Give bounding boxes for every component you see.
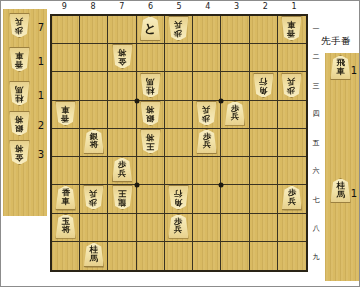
sente-hand-count-飛車: 1 <box>347 65 360 76</box>
square-7-9[interactable] <box>108 242 136 270</box>
square-8-1[interactable] <box>80 16 108 44</box>
piece-玉将-sente[interactable]: 玉将 <box>55 214 76 239</box>
piece-桂馬-gote[interactable]: 桂馬 <box>140 73 161 98</box>
square-3-9[interactable] <box>221 242 249 270</box>
square-6-1[interactable]: と <box>137 16 165 44</box>
piece-金将-gote[interactable]: 金将 <box>9 140 30 165</box>
square-6-9[interactable] <box>137 242 165 270</box>
square-4-2[interactable] <box>193 44 221 72</box>
square-7-5[interactable] <box>108 129 136 157</box>
piece-歩兵-gote[interactable]: 歩兵 <box>9 13 30 38</box>
row-label-1: 一 <box>310 24 322 34</box>
piece-金将-gote[interactable]: 金将 <box>112 44 133 69</box>
file-label-7: 7 <box>107 2 136 11</box>
file-label-1: 1 <box>280 2 309 11</box>
shogi-board: と歩兵香車金将桂馬角行歩兵香車銀将歩兵歩兵銀将王将歩兵歩兵香車歩兵龍王角行歩兵玉… <box>50 14 308 272</box>
file-label-2: 2 <box>251 2 280 11</box>
square-1-3[interactable]: 歩兵 <box>278 72 306 100</box>
piece-桂馬-sente[interactable]: 桂馬 <box>83 242 104 267</box>
square-7-6[interactable]: 歩兵 <box>108 157 136 185</box>
square-9-7[interactable]: 香車 <box>52 185 80 213</box>
piece-歩兵-sente[interactable]: 歩兵 <box>112 157 133 182</box>
sente-hand-count-桂馬: 1 <box>347 188 360 199</box>
square-2-6[interactable] <box>250 157 278 185</box>
piece-香車-sente[interactable]: 香車 <box>55 185 76 210</box>
piece-と-sente[interactable]: と <box>140 16 161 41</box>
square-2-7[interactable] <box>250 185 278 213</box>
square-9-6[interactable] <box>52 157 80 185</box>
file-label-9: 9 <box>50 2 79 11</box>
piece-歩兵-gote[interactable]: 歩兵 <box>196 101 217 126</box>
square-5-9[interactable] <box>165 242 193 270</box>
piece-角行-gote[interactable]: 角行 <box>168 185 189 210</box>
row-label-9: 九 <box>310 252 322 262</box>
row-label-5: 五 <box>310 138 322 148</box>
square-2-5[interactable] <box>250 129 278 157</box>
square-2-4[interactable] <box>250 101 278 129</box>
piece-龍王-gote[interactable]: 龍王 <box>112 185 133 210</box>
turn-indicator: 先手番 <box>321 35 360 48</box>
square-6-2[interactable] <box>137 44 165 72</box>
file-label-3: 3 <box>222 2 251 11</box>
piece-桂馬-gote[interactable]: 桂馬 <box>9 81 30 106</box>
square-6-7[interactable] <box>137 185 165 213</box>
piece-銀将-sente[interactable]: 銀将 <box>83 129 104 154</box>
square-5-5[interactable] <box>165 129 193 157</box>
square-2-3[interactable]: 角行 <box>250 72 278 100</box>
gote-hand-count-香車: 1 <box>34 56 48 67</box>
square-3-3[interactable] <box>221 72 249 100</box>
square-8-4[interactable] <box>80 101 108 129</box>
square-1-9[interactable] <box>278 242 306 270</box>
piece-銀将-gote[interactable]: 銀将 <box>9 111 30 136</box>
gote-hand-count-金将: 3 <box>34 149 48 160</box>
square-7-8[interactable] <box>108 214 136 242</box>
gote-hand-count-歩兵: 7 <box>34 22 48 33</box>
square-7-1[interactable] <box>108 16 136 44</box>
piece-歩兵-sente[interactable]: 歩兵 <box>168 214 189 239</box>
square-3-6[interactable] <box>221 157 249 185</box>
file-label-8: 8 <box>79 2 108 11</box>
piece-角行-gote[interactable]: 角行 <box>253 73 274 98</box>
square-1-8[interactable] <box>278 214 306 242</box>
file-label-6: 6 <box>136 2 165 11</box>
square-7-4[interactable] <box>108 101 136 129</box>
square-3-1[interactable] <box>221 16 249 44</box>
square-3-2[interactable] <box>221 44 249 72</box>
piece-香車-gote[interactable]: 香車 <box>55 101 76 126</box>
square-8-9[interactable]: 桂馬 <box>80 242 108 270</box>
row-label-2: 二 <box>310 52 322 62</box>
square-5-8[interactable]: 歩兵 <box>165 214 193 242</box>
square-3-7[interactable] <box>221 185 249 213</box>
square-9-5[interactable] <box>52 129 80 157</box>
square-9-8[interactable]: 玉将 <box>52 214 80 242</box>
square-5-7[interactable]: 角行 <box>165 185 193 213</box>
square-3-8[interactable] <box>221 214 249 242</box>
square-2-1[interactable] <box>250 16 278 44</box>
square-5-3[interactable] <box>165 72 193 100</box>
square-9-9[interactable] <box>52 242 80 270</box>
square-9-4[interactable]: 香車 <box>52 101 80 129</box>
square-5-2[interactable] <box>165 44 193 72</box>
square-8-8[interactable] <box>80 214 108 242</box>
square-7-3[interactable] <box>108 72 136 100</box>
piece-歩兵-sente[interactable]: 歩兵 <box>224 101 245 126</box>
square-6-3[interactable]: 桂馬 <box>137 72 165 100</box>
piece-歩兵-gote[interactable]: 歩兵 <box>83 185 104 210</box>
square-5-1[interactable]: 歩兵 <box>165 16 193 44</box>
star-point <box>219 98 224 103</box>
piece-王将-gote[interactable]: 王将 <box>140 129 161 154</box>
square-2-2[interactable] <box>250 44 278 72</box>
star-point <box>134 98 139 103</box>
gote-hand-count-銀将: 2 <box>34 120 48 131</box>
square-3-4[interactable]: 歩兵 <box>221 101 249 129</box>
square-3-5[interactable] <box>221 129 249 157</box>
square-1-1[interactable]: 香車 <box>278 16 306 44</box>
piece-歩兵-sente[interactable]: 歩兵 <box>196 129 217 154</box>
square-8-3[interactable] <box>80 72 108 100</box>
square-6-5[interactable]: 王将 <box>137 129 165 157</box>
piece-歩兵-gote[interactable]: 歩兵 <box>281 73 302 98</box>
square-4-7[interactable] <box>193 185 221 213</box>
sente-captured-stand: 飛車1桂馬1 <box>325 53 359 281</box>
square-1-7[interactable]: 歩兵 <box>278 185 306 213</box>
star-point <box>134 183 139 188</box>
square-7-7[interactable]: 龍王 <box>108 185 136 213</box>
square-4-5[interactable]: 歩兵 <box>193 129 221 157</box>
square-4-9[interactable] <box>193 242 221 270</box>
square-5-6[interactable] <box>165 157 193 185</box>
square-1-4[interactable] <box>278 101 306 129</box>
square-8-6[interactable] <box>80 157 108 185</box>
square-8-2[interactable] <box>80 44 108 72</box>
piece-歩兵-gote[interactable]: 歩兵 <box>168 16 189 41</box>
row-label-7: 七 <box>310 195 322 205</box>
square-1-5[interactable] <box>278 129 306 157</box>
file-label-5: 5 <box>165 2 194 11</box>
row-label-3: 三 <box>310 81 322 91</box>
square-4-6[interactable] <box>193 157 221 185</box>
square-8-7[interactable]: 歩兵 <box>80 185 108 213</box>
square-8-5[interactable]: 銀将 <box>80 129 108 157</box>
piece-歩兵-sente[interactable]: 歩兵 <box>281 185 302 210</box>
square-9-3[interactable] <box>52 72 80 100</box>
square-2-9[interactable] <box>250 242 278 270</box>
gote-hand-count-桂馬: 1 <box>34 90 48 101</box>
square-4-4[interactable]: 歩兵 <box>193 101 221 129</box>
square-6-4[interactable]: 銀将 <box>137 101 165 129</box>
piece-香車-gote[interactable]: 香車 <box>281 16 302 41</box>
file-label-4: 4 <box>194 2 223 11</box>
square-7-2[interactable]: 金将 <box>108 44 136 72</box>
square-4-3[interactable] <box>193 72 221 100</box>
square-6-6[interactable] <box>137 157 165 185</box>
square-2-8[interactable] <box>250 214 278 242</box>
gote-captured-stand: 歩兵7香車1桂馬1銀将2金将3 <box>3 9 47 216</box>
square-9-1[interactable] <box>52 16 80 44</box>
square-1-2[interactable] <box>278 44 306 72</box>
star-point <box>219 183 224 188</box>
square-4-8[interactable] <box>193 214 221 242</box>
shogi-diagram: 歩兵7香車1桂馬1銀将2金将3 と歩兵香車金将桂馬角行歩兵香車銀将歩兵歩兵銀将王… <box>0 0 360 287</box>
square-4-1[interactable] <box>193 16 221 44</box>
row-label-4: 四 <box>310 109 322 119</box>
square-1-6[interactable] <box>278 157 306 185</box>
square-5-4[interactable] <box>165 101 193 129</box>
piece-香車-gote[interactable]: 香車 <box>9 47 30 72</box>
square-6-8[interactable] <box>137 214 165 242</box>
row-label-8: 八 <box>310 223 322 233</box>
row-label-6: 六 <box>310 166 322 176</box>
piece-銀将-gote[interactable]: 銀将 <box>140 101 161 126</box>
square-9-2[interactable] <box>52 44 80 72</box>
